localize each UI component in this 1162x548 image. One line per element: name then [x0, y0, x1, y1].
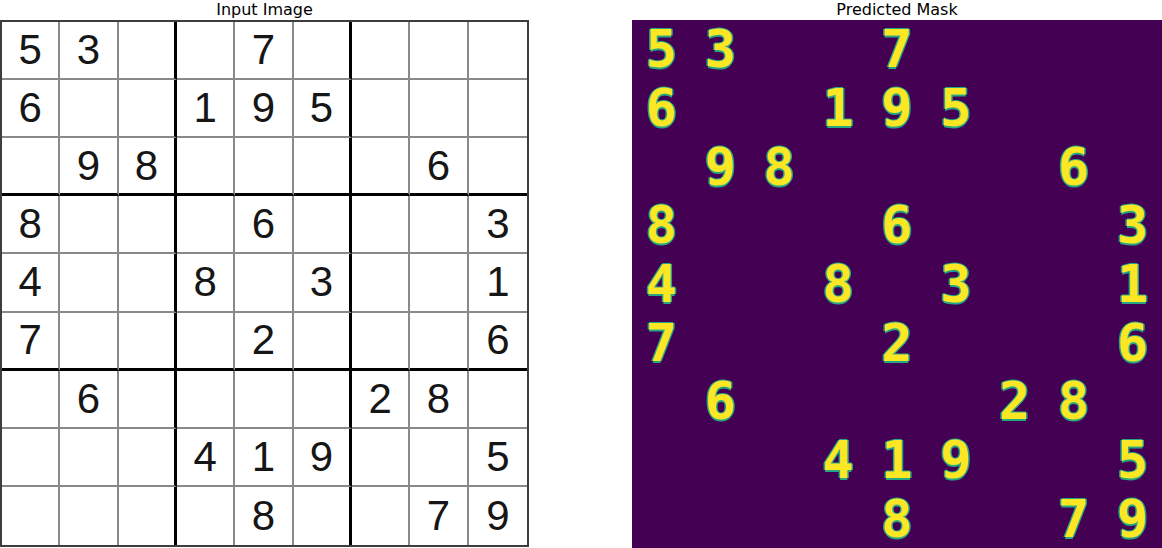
mask-cell: 9 [691, 137, 750, 196]
mask-cell [1044, 431, 1103, 490]
mask-cell [750, 79, 809, 138]
sudoku-cell [352, 254, 410, 312]
mask-cell [691, 313, 750, 372]
mask-cell: 9 [868, 79, 927, 138]
sudoku-given-digit: 3 [486, 203, 509, 245]
sudoku-given-digit: 2 [252, 319, 275, 361]
sudoku-cell [410, 429, 468, 487]
mask-cell [691, 196, 750, 255]
mask-cell: 7 [1044, 489, 1103, 548]
mask-cell [985, 196, 1044, 255]
sudoku-given-digit: 8 [252, 495, 275, 537]
mask-cell [1044, 196, 1103, 255]
mask-cell: 2 [985, 372, 1044, 431]
mask-cell [632, 137, 691, 196]
mask-digit: 9 [881, 82, 912, 134]
mask-cell [750, 431, 809, 490]
mask-cell: 6 [1044, 137, 1103, 196]
sudoku-given-digit: 1 [486, 261, 509, 303]
mask-cell [985, 137, 1044, 196]
mask-cell: 8 [809, 255, 868, 314]
sudoku-cell [294, 313, 352, 371]
mask-digit: 4 [646, 258, 677, 310]
sudoku-given-digit: 7 [252, 29, 275, 71]
sudoku-cell [294, 487, 352, 545]
mask-cell: 3 [691, 20, 750, 79]
mask-digit: 3 [705, 23, 736, 75]
mask-cell [1103, 20, 1162, 79]
sudoku-given-digit: 4 [18, 261, 41, 303]
mask-digit: 9 [1117, 493, 1148, 545]
sudoku-given-digit: 7 [427, 495, 450, 537]
sudoku-given-digit: 8 [135, 145, 158, 187]
sudoku-cell [119, 22, 177, 80]
sudoku-cell [352, 138, 410, 196]
sudoku-given-digit: 7 [18, 319, 41, 361]
sudoku-cell [235, 371, 293, 429]
mask-digit: 8 [822, 258, 853, 310]
mask-cell [750, 196, 809, 255]
sudoku-cell [294, 196, 352, 254]
mask-cell: 1 [868, 431, 927, 490]
mask-cell [1044, 79, 1103, 138]
sudoku-cell [410, 80, 468, 138]
sudoku-cell [60, 487, 118, 545]
mask-cell [1103, 137, 1162, 196]
sudoku-cell [469, 22, 527, 80]
mask-cell: 8 [1044, 372, 1103, 431]
sudoku-cell [2, 429, 60, 487]
sudoku-cell: 4 [177, 429, 235, 487]
sudoku-given-digit: 6 [427, 145, 450, 187]
sudoku-cell [352, 487, 410, 545]
sudoku-cell [177, 487, 235, 545]
sudoku-cell [177, 196, 235, 254]
mask-cell: 6 [691, 372, 750, 431]
sudoku-cell [410, 254, 468, 312]
mask-cell [750, 20, 809, 79]
mask-cell [632, 489, 691, 548]
mask-cell: 6 [632, 79, 691, 138]
mask-cell [691, 431, 750, 490]
mask-cell [926, 137, 985, 196]
sudoku-cell [177, 138, 235, 196]
mask-digit: 3 [940, 258, 971, 310]
sudoku-cell: 6 [235, 196, 293, 254]
sudoku-cell: 5 [469, 429, 527, 487]
sudoku-cell [119, 313, 177, 371]
sudoku-given-digit: 9 [486, 495, 509, 537]
mask-cell [750, 372, 809, 431]
mask-cell: 5 [926, 79, 985, 138]
sudoku-given-digit: 9 [252, 87, 275, 129]
mask-cell: 4 [632, 255, 691, 314]
sudoku-cell [60, 196, 118, 254]
sudoku-given-digit: 1 [193, 87, 216, 129]
sudoku-given-digit: 6 [77, 378, 100, 420]
mask-cell [868, 372, 927, 431]
sudoku-cell: 9 [294, 429, 352, 487]
mask-digit: 2 [881, 317, 912, 369]
sudoku-cell [60, 313, 118, 371]
mask-cell [809, 137, 868, 196]
sudoku-cell: 8 [410, 371, 468, 429]
mask-cell: 3 [1103, 196, 1162, 255]
mask-cell [985, 255, 1044, 314]
sudoku-cell: 2 [352, 371, 410, 429]
sudoku-cell [177, 371, 235, 429]
sudoku-cell: 7 [235, 22, 293, 80]
predicted-mask-title: Predicted Mask [632, 0, 1162, 19]
sudoku-cell [410, 196, 468, 254]
sudoku-cell [60, 80, 118, 138]
sudoku-cell [119, 196, 177, 254]
sudoku-cell: 6 [469, 313, 527, 371]
mask-cell [750, 255, 809, 314]
sudoku-cell [294, 371, 352, 429]
mask-cell [632, 431, 691, 490]
mask-digit: 5 [646, 23, 677, 75]
sudoku-cell [235, 254, 293, 312]
sudoku-cell [60, 254, 118, 312]
mask-cell: 1 [1103, 255, 1162, 314]
mask-cell: 2 [868, 313, 927, 372]
sudoku-cell [352, 429, 410, 487]
mask-cell [750, 313, 809, 372]
sudoku-cell [469, 371, 527, 429]
sudoku-cell [352, 22, 410, 80]
mask-cell [691, 489, 750, 548]
mask-cell: 4 [809, 431, 868, 490]
sudoku-cell: 1 [177, 80, 235, 138]
mask-digit: 7 [646, 317, 677, 369]
mask-cell [985, 489, 1044, 548]
mask-cell [1103, 79, 1162, 138]
mask-cell: 9 [1103, 489, 1162, 548]
sudoku-given-digit: 6 [486, 319, 509, 361]
mask-digit: 9 [705, 141, 736, 193]
mask-cell: 8 [632, 196, 691, 255]
mask-digit: 5 [1117, 434, 1148, 486]
mask-digit: 6 [705, 375, 736, 427]
sudoku-cell [469, 80, 527, 138]
predicted-mask-panel: 537619598686348317266284195879 [632, 20, 1162, 548]
sudoku-given-digit: 3 [310, 261, 333, 303]
mask-digit: 8 [764, 141, 795, 193]
mask-cell: 5 [1103, 431, 1162, 490]
sudoku-given-digit: 3 [77, 29, 100, 71]
mask-cell [1103, 372, 1162, 431]
mask-cell: 6 [1103, 313, 1162, 372]
sudoku-given-digit: 9 [77, 145, 100, 187]
mask-digit: 2 [999, 375, 1030, 427]
sudoku-cell: 5 [294, 80, 352, 138]
sudoku-cell: 6 [410, 138, 468, 196]
mask-cell [985, 431, 1044, 490]
sudoku-cell [60, 429, 118, 487]
sudoku-cell [2, 138, 60, 196]
sudoku-cell: 3 [469, 196, 527, 254]
sudoku-cell [294, 22, 352, 80]
mask-digit: 7 [881, 23, 912, 75]
mask-cell [926, 196, 985, 255]
mask-digit: 1 [822, 82, 853, 134]
mask-cell: 1 [809, 79, 868, 138]
mask-digit: 4 [822, 434, 853, 486]
sudoku-cell [235, 138, 293, 196]
mask-cell [868, 137, 927, 196]
sudoku-given-digit: 5 [310, 87, 333, 129]
sudoku-cell [177, 22, 235, 80]
sudoku-cell: 8 [177, 254, 235, 312]
mask-cell [809, 489, 868, 548]
mask-cell [1044, 255, 1103, 314]
sudoku-given-digit: 8 [427, 378, 450, 420]
mask-cell [926, 20, 985, 79]
mask-cell [985, 20, 1044, 79]
mask-cell [1044, 313, 1103, 372]
sudoku-cell: 4 [2, 254, 60, 312]
mask-cell [926, 313, 985, 372]
sudoku-cell: 1 [469, 254, 527, 312]
sudoku-cell: 9 [469, 487, 527, 545]
sudoku-cell [2, 487, 60, 545]
sudoku-cell: 1 [235, 429, 293, 487]
mask-digit: 8 [646, 199, 677, 251]
sudoku-cell [410, 313, 468, 371]
sudoku-cell [352, 313, 410, 371]
mask-cell: 6 [868, 196, 927, 255]
sudoku-given-digit: 9 [310, 436, 333, 478]
sudoku-cell: 8 [2, 196, 60, 254]
sudoku-given-digit: 6 [252, 203, 275, 245]
mask-cell [926, 372, 985, 431]
mask-cell [809, 313, 868, 372]
mask-cell: 7 [632, 313, 691, 372]
mask-cell [809, 196, 868, 255]
mask-digit: 7 [1058, 493, 1089, 545]
sudoku-cell [410, 22, 468, 80]
mask-digit: 8 [881, 493, 912, 545]
mask-cell: 7 [868, 20, 927, 79]
sudoku-cell: 5 [2, 22, 60, 80]
sudoku-cell [119, 80, 177, 138]
sudoku-cell: 8 [119, 138, 177, 196]
sudoku-cell: 3 [294, 254, 352, 312]
mask-digit: 6 [881, 199, 912, 251]
sudoku-given-digit: 2 [368, 378, 391, 420]
mask-digit: 6 [1117, 317, 1148, 369]
mask-cell [691, 79, 750, 138]
mask-cell [632, 372, 691, 431]
sudoku-cell [2, 371, 60, 429]
mask-cell [809, 20, 868, 79]
sudoku-cell: 2 [235, 313, 293, 371]
sudoku-given-digit: 1 [252, 436, 275, 478]
sudoku-given-digit: 5 [486, 436, 509, 478]
mask-cell: 9 [926, 431, 985, 490]
figure-canvas: Input Image Predicted Mask 5376195986863… [0, 0, 1162, 548]
sudoku-cell: 8 [235, 487, 293, 545]
sudoku-cell [119, 429, 177, 487]
sudoku-cell: 7 [2, 313, 60, 371]
mask-digit: 8 [1058, 375, 1089, 427]
sudoku-cell [352, 196, 410, 254]
sudoku-cell [294, 138, 352, 196]
mask-cell [750, 489, 809, 548]
mask-cell: 8 [868, 489, 927, 548]
sudoku-cell [119, 254, 177, 312]
sudoku-given-digit: 8 [193, 261, 216, 303]
sudoku-cell [119, 371, 177, 429]
sudoku-given-digit: 5 [18, 29, 41, 71]
mask-cell [985, 313, 1044, 372]
mask-cell: 5 [632, 20, 691, 79]
mask-cell: 8 [750, 137, 809, 196]
sudoku-cell: 3 [60, 22, 118, 80]
sudoku-cell [469, 138, 527, 196]
sudoku-cell: 7 [410, 487, 468, 545]
mask-digit: 1 [1117, 258, 1148, 310]
mask-digit: 9 [940, 434, 971, 486]
mask-cell [985, 79, 1044, 138]
sudoku-given-digit: 6 [18, 87, 41, 129]
sudoku-input-grid: 537619598686348317266284195879 [0, 20, 529, 547]
mask-digit: 6 [646, 82, 677, 134]
mask-digit: 6 [1058, 141, 1089, 193]
sudoku-given-digit: 8 [18, 203, 41, 245]
sudoku-cell: 6 [2, 80, 60, 138]
mask-cell [868, 255, 927, 314]
mask-cell [926, 489, 985, 548]
mask-cell [1044, 20, 1103, 79]
mask-digit: 3 [1117, 199, 1148, 251]
mask-cell [691, 255, 750, 314]
sudoku-cell [119, 487, 177, 545]
input-image-title: Input Image [0, 0, 529, 19]
sudoku-given-digit: 4 [193, 436, 216, 478]
sudoku-cell: 9 [60, 138, 118, 196]
sudoku-cell: 9 [235, 80, 293, 138]
mask-digit: 1 [881, 434, 912, 486]
mask-cell [809, 372, 868, 431]
sudoku-cell [352, 80, 410, 138]
sudoku-cell: 6 [60, 371, 118, 429]
sudoku-cell [177, 313, 235, 371]
mask-digit: 5 [940, 82, 971, 134]
mask-cell: 3 [926, 255, 985, 314]
